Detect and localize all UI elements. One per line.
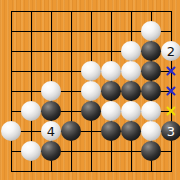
go-board[interactable]: 243 — [0, 0, 180, 180]
white-stone: 4 — [41, 121, 61, 141]
black-stone — [141, 141, 161, 161]
white-stone — [81, 61, 101, 81]
black-stone — [61, 121, 81, 141]
black-stone — [101, 121, 121, 141]
white-stone — [141, 121, 161, 141]
cross-mark — [165, 105, 177, 117]
white-stone — [121, 101, 141, 121]
black-stone — [141, 41, 161, 61]
move-number-label: 2 — [167, 45, 175, 58]
black-stone — [81, 101, 101, 121]
cross-mark — [165, 65, 177, 77]
black-stone — [101, 81, 121, 101]
white-stone — [81, 81, 101, 101]
white-stone — [101, 61, 121, 81]
white-stone: 2 — [161, 41, 180, 61]
white-stone — [21, 141, 41, 161]
white-stone — [141, 21, 161, 41]
white-stone — [121, 61, 141, 81]
black-stone — [41, 101, 61, 121]
black-stone — [121, 121, 141, 141]
white-stone — [121, 41, 141, 61]
white-stone — [41, 81, 61, 101]
white-stone — [1, 121, 21, 141]
move-number-label: 3 — [167, 125, 175, 138]
black-stone: 3 — [161, 121, 180, 141]
cross-mark — [165, 85, 177, 97]
white-stone — [141, 101, 161, 121]
stones-layer: 243 — [0, 0, 180, 180]
black-stone — [141, 81, 161, 101]
black-stone — [141, 61, 161, 81]
black-stone — [121, 81, 141, 101]
move-number-label: 4 — [47, 125, 55, 138]
black-stone — [41, 141, 61, 161]
white-stone — [101, 101, 121, 121]
white-stone — [21, 101, 41, 121]
